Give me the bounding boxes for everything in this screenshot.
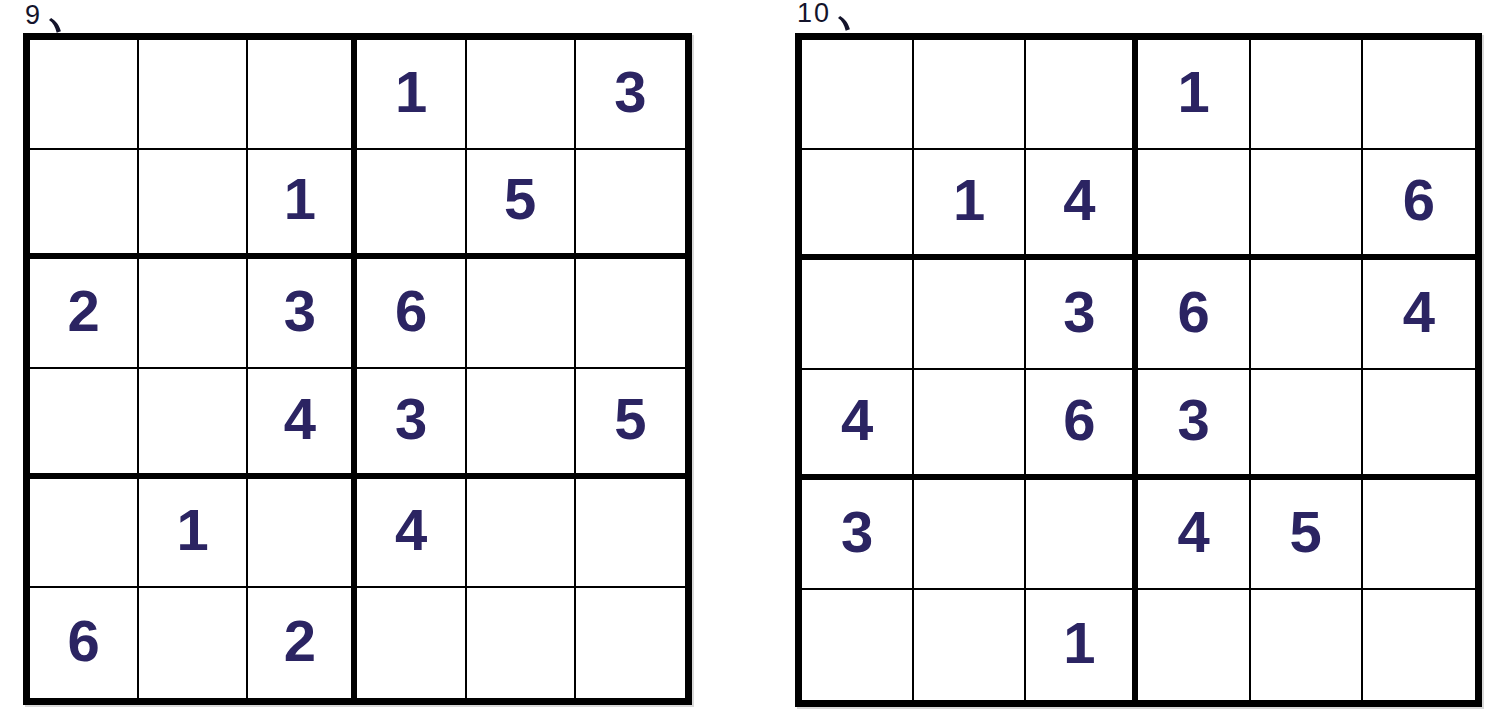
given-digit: 6 bbox=[1177, 283, 1209, 341]
given-digit: 4 bbox=[1403, 283, 1435, 341]
given-digit: 2 bbox=[284, 612, 316, 670]
given-digit: 3 bbox=[841, 503, 873, 561]
cell-r4c5[interactable] bbox=[467, 369, 576, 479]
cell-r4c2[interactable] bbox=[914, 370, 1026, 480]
cell-r5c6[interactable] bbox=[576, 479, 685, 589]
cell-r2c5[interactable]: 5 bbox=[467, 150, 576, 260]
given-digit: 2 bbox=[67, 282, 99, 340]
cell-r3c6[interactable]: 4 bbox=[1363, 260, 1475, 370]
cell-r6c6[interactable] bbox=[1363, 590, 1475, 700]
puzzle-9-number: 9 bbox=[25, 2, 42, 29]
sudoku-board-9: 13152364351462 bbox=[23, 33, 692, 705]
cell-r6c5[interactable] bbox=[467, 588, 576, 698]
given-digit: 3 bbox=[395, 390, 427, 448]
cell-r5c1[interactable] bbox=[30, 479, 139, 589]
cell-r1c1[interactable] bbox=[30, 40, 139, 150]
given-digit: 3 bbox=[614, 63, 646, 121]
cell-r4c3[interactable]: 6 bbox=[1026, 370, 1138, 480]
cell-r4c2[interactable] bbox=[139, 369, 248, 479]
cell-r4c1[interactable]: 4 bbox=[802, 370, 914, 480]
cell-r3c5[interactable] bbox=[467, 259, 576, 369]
cell-r6c2[interactable] bbox=[139, 588, 248, 698]
cell-r4c6[interactable] bbox=[1363, 370, 1475, 480]
cell-r3c4[interactable]: 6 bbox=[1138, 260, 1250, 370]
cell-r6c4[interactable] bbox=[1138, 590, 1250, 700]
given-digit: 4 bbox=[1063, 171, 1095, 229]
cell-r3c5[interactable] bbox=[1251, 260, 1363, 370]
cell-r6c1[interactable] bbox=[802, 590, 914, 700]
given-digit: 1 bbox=[395, 63, 427, 121]
given-digit: 5 bbox=[614, 390, 646, 448]
cell-r3c4[interactable]: 6 bbox=[357, 259, 466, 369]
cell-r2c5[interactable] bbox=[1251, 150, 1363, 260]
cell-r4c3[interactable]: 4 bbox=[248, 369, 357, 479]
cell-r6c3[interactable]: 2 bbox=[248, 588, 357, 698]
cell-r3c2[interactable] bbox=[914, 260, 1026, 370]
puzzle-10-number: 10 bbox=[797, 0, 831, 27]
cell-r1c2[interactable] bbox=[914, 40, 1026, 150]
given-digit: 5 bbox=[504, 170, 536, 228]
given-digit: 4 bbox=[284, 390, 316, 448]
cell-r2c1[interactable] bbox=[802, 150, 914, 260]
given-digit: 6 bbox=[395, 282, 427, 340]
cell-r4c5[interactable] bbox=[1251, 370, 1363, 480]
cell-r4c6[interactable]: 5 bbox=[576, 369, 685, 479]
cell-r6c4[interactable] bbox=[357, 588, 466, 698]
given-digit: 6 bbox=[67, 612, 99, 670]
cell-r6c3[interactable]: 1 bbox=[1026, 590, 1138, 700]
given-digit: 3 bbox=[284, 282, 316, 340]
cell-r1c3[interactable] bbox=[1026, 40, 1138, 150]
cell-r1c5[interactable] bbox=[1251, 40, 1363, 150]
cell-r1c6[interactable]: 3 bbox=[576, 40, 685, 150]
cell-r1c6[interactable] bbox=[1363, 40, 1475, 150]
given-digit: 1 bbox=[177, 501, 209, 559]
cell-r5c5[interactable] bbox=[467, 479, 576, 589]
cell-r1c2[interactable] bbox=[139, 40, 248, 150]
given-digit: 6 bbox=[1063, 391, 1095, 449]
cell-r3c6[interactable] bbox=[576, 259, 685, 369]
given-digit: 1 bbox=[284, 170, 316, 228]
cell-r1c4[interactable]: 1 bbox=[357, 40, 466, 150]
cell-r3c3[interactable]: 3 bbox=[248, 259, 357, 369]
puzzle-10-label: 10 bbox=[797, 0, 852, 36]
cell-r3c3[interactable]: 3 bbox=[1026, 260, 1138, 370]
cell-r4c4[interactable]: 3 bbox=[1138, 370, 1250, 480]
cell-r2c6[interactable] bbox=[576, 150, 685, 260]
cell-r2c3[interactable]: 4 bbox=[1026, 150, 1138, 260]
cell-r5c1[interactable]: 3 bbox=[802, 480, 914, 590]
cell-r5c6[interactable] bbox=[1363, 480, 1475, 590]
given-digit: 4 bbox=[841, 391, 873, 449]
ideographic-comma-icon bbox=[838, 9, 852, 36]
given-digit: 4 bbox=[395, 501, 427, 559]
given-digit: 1 bbox=[1063, 614, 1095, 672]
cell-r5c4[interactable]: 4 bbox=[357, 479, 466, 589]
cell-r2c6[interactable]: 6 bbox=[1363, 150, 1475, 260]
cell-r2c2[interactable] bbox=[139, 150, 248, 260]
cell-r5c2[interactable]: 1 bbox=[139, 479, 248, 589]
cell-r6c5[interactable] bbox=[1251, 590, 1363, 700]
cell-r2c3[interactable]: 1 bbox=[248, 150, 357, 260]
given-digit: 5 bbox=[1290, 503, 1322, 561]
cell-r1c5[interactable] bbox=[467, 40, 576, 150]
cell-r3c2[interactable] bbox=[139, 259, 248, 369]
cell-r5c3[interactable] bbox=[248, 479, 357, 589]
sudoku-board-10: 11463644633451 bbox=[795, 33, 1482, 707]
cell-r2c4[interactable] bbox=[357, 150, 466, 260]
cell-r2c2[interactable]: 1 bbox=[914, 150, 1026, 260]
cell-r6c2[interactable] bbox=[914, 590, 1026, 700]
cell-r3c1[interactable]: 2 bbox=[30, 259, 139, 369]
given-digit: 6 bbox=[1403, 171, 1435, 229]
cell-r1c1[interactable] bbox=[802, 40, 914, 150]
given-digit: 3 bbox=[1177, 391, 1209, 449]
given-digit: 1 bbox=[1177, 63, 1209, 121]
cell-r2c1[interactable] bbox=[30, 150, 139, 260]
cell-r3c1[interactable] bbox=[802, 260, 914, 370]
given-digit: 4 bbox=[1177, 503, 1209, 561]
cell-r1c3[interactable] bbox=[248, 40, 357, 150]
cell-r6c1[interactable]: 6 bbox=[30, 588, 139, 698]
given-digit: 3 bbox=[1063, 283, 1095, 341]
cell-r1c4[interactable]: 1 bbox=[1138, 40, 1250, 150]
cell-r6c6[interactable] bbox=[576, 588, 685, 698]
cell-r5c2[interactable] bbox=[914, 480, 1026, 590]
cell-r5c5[interactable]: 5 bbox=[1251, 480, 1363, 590]
cell-r4c1[interactable] bbox=[30, 369, 139, 479]
cell-r2c4[interactable] bbox=[1138, 150, 1250, 260]
cell-r5c4[interactable]: 4 bbox=[1138, 480, 1250, 590]
cell-r4c4[interactable]: 3 bbox=[357, 369, 466, 479]
given-digit: 1 bbox=[953, 171, 985, 229]
cell-r5c3[interactable] bbox=[1026, 480, 1138, 590]
